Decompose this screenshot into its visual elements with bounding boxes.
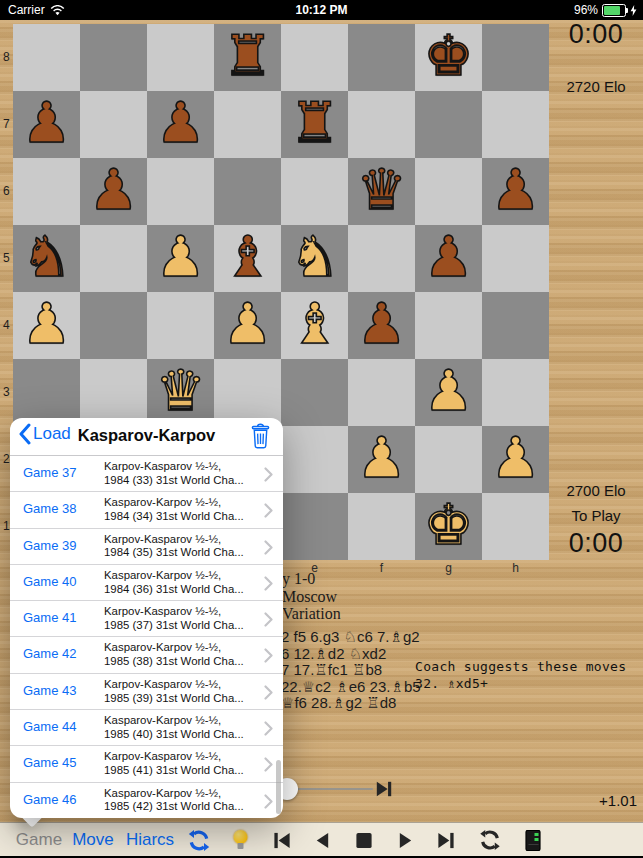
status-time: 10:12 PM	[0, 3, 643, 17]
rank-label-3: 3	[3, 385, 13, 399]
chevron-right-icon	[264, 721, 273, 740]
delete-button[interactable]	[250, 423, 271, 453]
skip-to-end-button[interactable]	[437, 823, 456, 857]
black-pawn-g5[interactable]: ♟	[415, 225, 482, 292]
square-g4[interactable]	[415, 292, 482, 359]
black-queen-f6[interactable]: ♛	[348, 158, 415, 225]
chevron-right-icon	[264, 467, 273, 486]
square-a4[interactable]: ♟	[13, 292, 80, 359]
square-c4[interactable]	[147, 292, 214, 359]
square-e5[interactable]: ♞	[281, 225, 348, 292]
move-list-line-1: 2 f5 6.g3 ♘c6 7.♗g2	[281, 628, 420, 646]
chevron-right-icon	[264, 685, 273, 704]
square-b5[interactable]	[80, 225, 147, 292]
move-list-line-4: 22.♕c2 ♗e6 23.♗b5	[281, 678, 421, 696]
sync-button[interactable]	[188, 823, 211, 857]
bottom-toolbar: Game Move Hiarcs	[0, 822, 643, 857]
hint-button[interactable]	[234, 823, 249, 857]
lightbulb-icon	[234, 830, 249, 851]
game-list-row-game-39[interactable]: Game 39Karpov-Kasparov ½-½,1984 (35) 31s…	[10, 529, 283, 565]
popover-header: Load Kasparov-Karpov	[10, 418, 283, 456]
square-c8[interactable]	[147, 24, 214, 91]
square-d5[interactable]: ♝	[214, 225, 281, 292]
square-a7[interactable]: ♟	[13, 91, 80, 158]
game-description: Kasparov-Karpov ½-½,1985 (38) 31st World…	[104, 641, 254, 669]
chevron-right-icon	[264, 540, 273, 559]
rank-label-8: 8	[3, 50, 13, 64]
rank-label-6: 6	[3, 184, 13, 198]
game-header-line-3: Variation	[282, 605, 341, 623]
file-label-f: f	[348, 561, 415, 575]
square-f1[interactable]	[348, 493, 415, 560]
black-elo: 2720 Elo	[549, 78, 643, 95]
game-description: Karpov-Kasparov ½-½,1985 (39) 31st World…	[104, 678, 254, 706]
square-g2[interactable]	[415, 426, 482, 493]
engine-button[interactable]	[526, 823, 541, 857]
chevron-right-icon	[264, 648, 273, 667]
square-b8[interactable]	[80, 24, 147, 91]
to-play-label: To Play	[549, 507, 643, 524]
skip-start-icon	[273, 831, 292, 850]
game-description: Kasparov-Karpov ½-½,1984 (34) 31st World…	[104, 496, 254, 524]
game-number-link[interactable]: Game 40	[23, 574, 76, 589]
square-f8[interactable]	[348, 24, 415, 91]
square-e4[interactable]: ♝	[281, 292, 348, 359]
black-king-g8[interactable]: ♚	[415, 24, 482, 91]
square-e8[interactable]	[281, 24, 348, 91]
square-f7[interactable]	[348, 91, 415, 158]
square-d4[interactable]: ♟	[214, 292, 281, 359]
square-f2[interactable]: ♟	[348, 426, 415, 493]
move-list-line-3: 7 17.♖fc1 ♖b8	[281, 661, 382, 679]
forward-move-button[interactable]	[398, 823, 415, 857]
game-number-link[interactable]: Game 45	[23, 755, 76, 770]
chevron-right-icon	[264, 757, 273, 776]
game-number-link[interactable]: Game 39	[23, 538, 76, 553]
chevron-right-icon	[264, 612, 273, 631]
stop-button[interactable]	[355, 823, 374, 857]
loop-icon	[479, 829, 501, 851]
game-list-row-game-44[interactable]: Game 44Kasparov-Karpov ½-½,1985 (40) 31s…	[10, 710, 283, 746]
engine-evaluation: +1.01	[599, 792, 637, 809]
white-clock: 0:00	[549, 528, 643, 559]
square-g6[interactable]	[415, 158, 482, 225]
square-e6[interactable]	[281, 158, 348, 225]
game-list-row-game-43[interactable]: Game 43Karpov-Kasparov ½-½,1985 (39) 31s…	[10, 674, 283, 710]
move-list-line-2: 6 12.♗d2 ♘xd2	[281, 645, 386, 663]
game-description: Kasparov-Karpov ½-½,1985 (40) 31st World…	[104, 714, 254, 742]
white-elo: 2700 Elo	[549, 482, 643, 499]
square-d7[interactable]	[214, 91, 281, 158]
game-number-link[interactable]: Game 44	[23, 719, 76, 734]
trash-icon	[250, 423, 271, 449]
status-bar: Carrier 10:12 PM 96%	[0, 0, 643, 20]
square-e3[interactable]	[281, 359, 348, 426]
square-a3[interactable]	[13, 359, 80, 426]
black-knight-a5[interactable]: ♞	[13, 225, 80, 292]
black-pawn-f4[interactable]: ♟	[348, 292, 415, 359]
square-a6[interactable]	[13, 158, 80, 225]
move-list-line-5: ♕f6 28.♗g2 ♖d8	[281, 694, 396, 712]
square-g3[interactable]: ♟	[415, 359, 482, 426]
game-list-row-game-45[interactable]: Game 45Karpov-Kasparov ½-½,1985 (41) 31s…	[10, 746, 283, 782]
rank-label-5: 5	[3, 251, 13, 265]
square-h2[interactable]: ♟	[482, 426, 549, 493]
black-rook-d8[interactable]: ♜	[214, 24, 281, 91]
square-b3[interactable]	[80, 359, 147, 426]
game-list-row-game-40[interactable]: Game 40Kasparov-Karpov ½-½,1984 (36) 31s…	[10, 565, 283, 601]
black-pawn-a7[interactable]: ♟	[13, 91, 80, 158]
game-header-line-2: Moscow	[282, 588, 337, 606]
square-f3[interactable]	[348, 359, 415, 426]
white-pawn-c5[interactable]: ♟	[147, 225, 214, 292]
black-clock: 0:00	[549, 19, 643, 50]
game-number-link[interactable]: Game 46	[23, 792, 76, 807]
game-number-link[interactable]: Game 38	[23, 501, 76, 516]
square-h7[interactable]	[482, 91, 549, 158]
game-number-link[interactable]: Game 43	[23, 683, 76, 698]
white-knight-e5[interactable]: ♞	[281, 225, 348, 292]
chevron-right-icon	[264, 794, 273, 813]
game-description: Karpov-Kasparov ½-½,1984 (33) 31st World…	[104, 460, 254, 488]
square-e2[interactable]	[281, 426, 348, 493]
square-h4[interactable]	[482, 292, 549, 359]
square-h6[interactable]: ♟	[482, 158, 549, 225]
black-rook-e7[interactable]: ♜	[281, 91, 348, 158]
game-description: Kasparov-Karpov ½-½,1984 (36) 31st World…	[104, 569, 254, 597]
coach-suggestion-line1: Coach suggests these moves	[415, 659, 626, 674]
skip-to-start-button[interactable]	[273, 823, 292, 857]
game-number-link[interactable]: Game 41	[23, 610, 76, 625]
white-pawn-f2[interactable]: ♟	[348, 426, 415, 493]
game-list-row-game-42[interactable]: Game 42Kasparov-Karpov ½-½,1985 (38) 31s…	[10, 637, 283, 673]
game-button[interactable]: Game	[16, 823, 62, 857]
square-c7[interactable]: ♟	[147, 91, 214, 158]
sync-icon	[188, 829, 211, 852]
white-pawn-g3[interactable]: ♟	[415, 359, 482, 426]
back-arrow-icon	[314, 831, 331, 850]
game-number-link[interactable]: Game 42	[23, 646, 76, 661]
battery-percent: 96%	[574, 3, 598, 17]
popover-title: Kasparov-Karpov	[10, 426, 283, 445]
black-pawn-c7[interactable]: ♟	[147, 91, 214, 158]
rank-label-7: 7	[3, 117, 13, 131]
square-h8[interactable]	[482, 24, 549, 91]
square-a8[interactable]	[13, 24, 80, 91]
square-g7[interactable]	[415, 91, 482, 158]
square-f5[interactable]	[348, 225, 415, 292]
square-c3[interactable]: ♛	[147, 359, 214, 426]
black-pawn-b6[interactable]: ♟	[80, 158, 147, 225]
square-c5[interactable]: ♟	[147, 225, 214, 292]
white-pawn-d4[interactable]: ♟	[214, 292, 281, 359]
game-description: Karpov-Kasparov ½-½,1985 (41) 31st World…	[104, 750, 254, 778]
square-e7[interactable]: ♜	[281, 91, 348, 158]
square-g1[interactable]: ♚	[415, 493, 482, 560]
battery-icon	[602, 4, 626, 17]
square-d8[interactable]: ♜	[214, 24, 281, 91]
file-label-g: g	[415, 561, 482, 575]
game-list-row-game-38[interactable]: Game 38Kasparov-Karpov ½-½,1984 (34) 31s…	[10, 492, 283, 528]
forward-arrow-icon	[398, 831, 415, 850]
game-description: Karpov-Kasparov ½-½,1984 (35) 31st World…	[104, 533, 254, 561]
square-a5[interactable]: ♞	[13, 225, 80, 292]
rank-label-4: 4	[3, 318, 13, 332]
game-list-row-game-37[interactable]: Game 37Karpov-Kasparov ½-½,1984 (33) 31s…	[10, 456, 283, 492]
black-pawn-h6[interactable]: ♟	[482, 158, 549, 225]
square-e1[interactable]	[281, 493, 348, 560]
square-d3[interactable]	[214, 359, 281, 426]
chevron-right-icon	[264, 576, 273, 595]
square-g8[interactable]: ♚	[415, 24, 482, 91]
app-screen: Carrier 10:12 PM 96% ♜♚♟♟♜♟♛♟♞♟♝♞♟♟♟♝♟♛♟…	[0, 0, 643, 858]
white-bishop-e4[interactable]: ♝	[281, 292, 348, 359]
white-queen-c3[interactable]: ♛	[147, 359, 214, 426]
game-list-row-game-41[interactable]: Game 41Karpov-Kasparov ½-½,1985 (37) 31s…	[10, 601, 283, 637]
stop-icon	[355, 831, 374, 850]
loop-button[interactable]	[479, 823, 501, 857]
charging-bolt-icon	[630, 5, 637, 16]
white-pawn-a4[interactable]: ♟	[13, 292, 80, 359]
skip-end-icon	[437, 831, 456, 850]
slider-skip-end-icon[interactable]	[375, 780, 393, 802]
hiarcs-button[interactable]: Hiarcs	[126, 823, 174, 857]
black-bishop-d5[interactable]: ♝	[214, 225, 281, 292]
white-king-g1[interactable]: ♚	[415, 493, 482, 560]
chevron-right-icon	[264, 503, 273, 522]
square-h3[interactable]	[482, 359, 549, 426]
back-move-button[interactable]	[314, 823, 331, 857]
square-h5[interactable]	[482, 225, 549, 292]
square-g5[interactable]: ♟	[415, 225, 482, 292]
square-h1[interactable]	[482, 493, 549, 560]
move-button[interactable]: Move	[72, 823, 114, 857]
move-slider-track[interactable]	[295, 788, 373, 790]
square-b6[interactable]: ♟	[80, 158, 147, 225]
game-header-line-1: y 1-0	[282, 570, 315, 588]
white-pawn-h2[interactable]: ♟	[482, 426, 549, 493]
square-f6[interactable]: ♛	[348, 158, 415, 225]
game-list-row-game-46[interactable]: Game 46Kasparov-Karpov ½-½,1985 (42) 31s…	[10, 783, 283, 818]
game-description: Karpov-Kasparov ½-½,1985 (37) 31st World…	[104, 605, 254, 633]
square-b4[interactable]	[80, 292, 147, 359]
coach-suggestion-line2: 32. ♗xd5+	[415, 676, 488, 691]
square-d6[interactable]	[214, 158, 281, 225]
square-b7[interactable]	[80, 91, 147, 158]
game-number-link[interactable]: Game 37	[23, 465, 76, 480]
games-popover: Load Kasparov-Karpov Game 37Karpov-Kaspa…	[10, 418, 283, 818]
square-f4[interactable]: ♟	[348, 292, 415, 359]
engine-computer-icon	[526, 830, 541, 851]
square-c6[interactable]	[147, 158, 214, 225]
games-list: Game 37Karpov-Kasparov ½-½,1984 (33) 31s…	[10, 456, 283, 818]
scroll-indicator	[276, 760, 281, 814]
file-label-h: h	[482, 561, 549, 575]
game-description: Kasparov-Karpov ½-½,1985 (42) 31st World…	[104, 787, 254, 815]
